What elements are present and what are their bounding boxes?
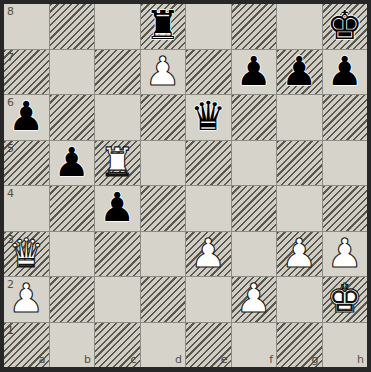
- piece-white-pawn-a2[interactable]: ♟: [8, 278, 44, 318]
- square-b6[interactable]: [50, 95, 95, 140]
- square-h3[interactable]: ♟: [323, 232, 368, 277]
- square-e4[interactable]: [186, 186, 231, 231]
- piece-white-pawn-f2[interactable]: ♟: [236, 278, 272, 318]
- square-h4[interactable]: [323, 186, 368, 231]
- square-e2[interactable]: [186, 277, 231, 322]
- square-a8[interactable]: 8: [4, 4, 49, 49]
- square-f5[interactable]: [232, 141, 277, 186]
- square-f3[interactable]: [232, 232, 277, 277]
- square-d2[interactable]: [141, 277, 186, 322]
- piece-white-king-h2[interactable]: ♚: [327, 278, 363, 318]
- square-b2[interactable]: [50, 277, 95, 322]
- square-b3[interactable]: [50, 232, 95, 277]
- square-c1[interactable]: c: [95, 323, 140, 368]
- square-c8[interactable]: [95, 4, 140, 49]
- square-f7[interactable]: ♟: [232, 50, 277, 95]
- square-d4[interactable]: [141, 186, 186, 231]
- square-h6[interactable]: [323, 95, 368, 140]
- square-h1[interactable]: h: [323, 323, 368, 368]
- square-b7[interactable]: [50, 50, 95, 95]
- piece-black-queen-e6[interactable]: ♛: [190, 96, 226, 136]
- square-f2[interactable]: ♟: [232, 277, 277, 322]
- file-label-g: g: [312, 353, 319, 366]
- square-c7[interactable]: [95, 50, 140, 95]
- file-label-d: d: [175, 353, 182, 366]
- piece-white-pawn-h3[interactable]: ♟: [327, 233, 363, 273]
- piece-black-pawn-b5[interactable]: ♟: [54, 142, 90, 182]
- file-label-e: e: [221, 353, 228, 366]
- piece-white-pawn-e3[interactable]: ♟: [190, 233, 226, 273]
- square-b5[interactable]: ♟: [50, 141, 95, 186]
- file-label-h: h: [357, 353, 364, 366]
- piece-black-pawn-c4[interactable]: ♟: [99, 187, 135, 227]
- file-label-b: b: [84, 353, 91, 366]
- piece-white-pawn-d7[interactable]: ♟: [145, 51, 181, 91]
- square-c4[interactable]: ♟: [95, 186, 140, 231]
- square-c6[interactable]: [95, 95, 140, 140]
- square-f8[interactable]: [232, 4, 277, 49]
- square-d8[interactable]: ♜: [141, 4, 186, 49]
- square-d1[interactable]: d: [141, 323, 186, 368]
- rank-label-1: 1: [7, 324, 14, 337]
- rank-label-4: 4: [7, 187, 14, 200]
- square-a2[interactable]: 2♟: [4, 277, 49, 322]
- rank-label-8: 8: [7, 5, 14, 18]
- square-b8[interactable]: [50, 4, 95, 49]
- chess-board: 8♜♚7♟♟♟♟6♟♛5♟♜4♟3♛♟♟♟2♟♟♚1abcdefgh: [4, 4, 367, 367]
- square-e3[interactable]: ♟: [186, 232, 231, 277]
- square-c5[interactable]: ♜: [95, 141, 140, 186]
- piece-black-pawn-h7[interactable]: ♟: [327, 51, 363, 91]
- square-e5[interactable]: [186, 141, 231, 186]
- square-e6[interactable]: ♛: [186, 95, 231, 140]
- square-g7[interactable]: ♟: [277, 50, 322, 95]
- file-label-f: f: [269, 353, 273, 366]
- piece-black-king-h8[interactable]: ♚: [327, 5, 363, 45]
- square-e8[interactable]: [186, 4, 231, 49]
- square-g3[interactable]: ♟: [277, 232, 322, 277]
- file-label-a: a: [39, 353, 46, 366]
- square-g4[interactable]: [277, 186, 322, 231]
- rank-label-7: 7: [7, 51, 14, 64]
- piece-white-pawn-g3[interactable]: ♟: [281, 233, 317, 273]
- piece-black-rook-d8[interactable]: ♜: [145, 5, 181, 45]
- piece-black-pawn-f7[interactable]: ♟: [236, 51, 272, 91]
- square-a3[interactable]: 3♛: [4, 232, 49, 277]
- square-a4[interactable]: 4: [4, 186, 49, 231]
- square-d7[interactable]: ♟: [141, 50, 186, 95]
- square-d6[interactable]: [141, 95, 186, 140]
- square-b4[interactable]: [50, 186, 95, 231]
- square-c2[interactable]: [95, 277, 140, 322]
- square-f6[interactable]: [232, 95, 277, 140]
- square-g1[interactable]: g: [277, 323, 322, 368]
- square-e1[interactable]: e: [186, 323, 231, 368]
- square-g5[interactable]: [277, 141, 322, 186]
- square-h7[interactable]: ♟: [323, 50, 368, 95]
- piece-black-pawn-g7[interactable]: ♟: [281, 51, 317, 91]
- square-e7[interactable]: [186, 50, 231, 95]
- square-d3[interactable]: [141, 232, 186, 277]
- square-h5[interactable]: [323, 141, 368, 186]
- piece-white-rook-c5[interactable]: ♜: [99, 142, 135, 182]
- piece-black-pawn-a6[interactable]: ♟: [8, 96, 44, 136]
- square-d5[interactable]: [141, 141, 186, 186]
- square-f1[interactable]: f: [232, 323, 277, 368]
- square-a1[interactable]: 1a: [4, 323, 49, 368]
- square-h2[interactable]: ♚: [323, 277, 368, 322]
- square-g2[interactable]: [277, 277, 322, 322]
- file-label-c: c: [130, 353, 136, 366]
- square-a7[interactable]: 7: [4, 50, 49, 95]
- rank-label-5: 5: [7, 142, 14, 155]
- square-g8[interactable]: [277, 4, 322, 49]
- square-g6[interactable]: [277, 95, 322, 140]
- square-c3[interactable]: [95, 232, 140, 277]
- square-a5[interactable]: 5: [4, 141, 49, 186]
- square-b1[interactable]: b: [50, 323, 95, 368]
- square-h8[interactable]: ♚: [323, 4, 368, 49]
- square-a6[interactable]: 6♟: [4, 95, 49, 140]
- square-f4[interactable]: [232, 186, 277, 231]
- piece-white-queen-a3[interactable]: ♛: [8, 233, 44, 273]
